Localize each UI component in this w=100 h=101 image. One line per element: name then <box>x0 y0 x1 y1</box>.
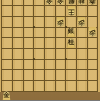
square-5-5[interactable] <box>44 38 55 49</box>
grid-line-horizontal <box>1 69 98 70</box>
square-1-7[interactable] <box>87 59 98 70</box>
star-point <box>65 58 67 60</box>
grid-line-vertical <box>1 0 2 91</box>
square-7-3[interactable] <box>23 16 34 27</box>
piece-glyph: 桂 <box>67 38 76 48</box>
square-8-8[interactable] <box>12 70 23 81</box>
square-4-9[interactable] <box>55 80 66 91</box>
square-6-4[interactable] <box>34 27 45 38</box>
piece-glyph: 金 <box>2 91 11 100</box>
grid-line-horizontal <box>1 27 98 28</box>
square-6-6[interactable] <box>34 48 45 59</box>
grid-line-vertical <box>55 0 56 91</box>
shogi-piece-gote-2一[interactable]: 桂 <box>77 0 86 5</box>
square-6-2[interactable] <box>34 6 45 17</box>
grid-line-vertical <box>97 0 98 91</box>
piece-glyph: 金 <box>45 0 54 5</box>
square-1-9[interactable] <box>87 80 98 91</box>
square-9-6[interactable] <box>2 48 13 59</box>
square-4-6[interactable] <box>55 48 66 59</box>
square-4-4[interactable] <box>55 27 66 38</box>
square-9-8[interactable] <box>2 70 13 81</box>
shogi-app-screen: 金金銀桂香王歩歩銀歩桂 金 <box>0 0 100 100</box>
grid-line-vertical <box>12 0 13 91</box>
square-2-2[interactable] <box>76 6 87 17</box>
square-9-4[interactable] <box>2 27 13 38</box>
square-3-6[interactable] <box>66 48 77 59</box>
square-9-3[interactable] <box>2 16 13 27</box>
piece-glyph: 王 <box>67 6 76 16</box>
square-8-7[interactable] <box>12 59 23 70</box>
square-2-5[interactable] <box>76 38 87 49</box>
square-7-2[interactable] <box>23 6 34 17</box>
square-8-6[interactable] <box>12 48 23 59</box>
shogi-piece-gote-1四[interactable]: 歩 <box>88 27 97 37</box>
square-7-9[interactable] <box>23 80 34 91</box>
square-8-2[interactable] <box>12 6 23 17</box>
piece-glyph: 歩 <box>88 27 97 37</box>
square-7-4[interactable] <box>23 27 34 38</box>
square-9-9[interactable] <box>2 80 13 91</box>
square-3-9[interactable] <box>66 80 77 91</box>
star-point <box>33 58 35 60</box>
square-5-9[interactable] <box>44 80 55 91</box>
piece-glyph: 銀 <box>67 0 76 5</box>
square-8-5[interactable] <box>12 38 23 49</box>
square-7-8[interactable] <box>23 70 34 81</box>
square-7-5[interactable] <box>23 38 34 49</box>
square-9-2[interactable] <box>2 6 13 17</box>
grid-line-horizontal <box>1 80 98 81</box>
square-2-4[interactable] <box>76 27 87 38</box>
star-point <box>33 26 35 28</box>
square-5-6[interactable] <box>44 48 55 59</box>
square-9-7[interactable] <box>2 59 13 70</box>
square-3-3[interactable] <box>66 16 77 27</box>
piece-glyph: 歩 <box>56 17 65 27</box>
grid-line-vertical <box>23 0 24 91</box>
square-8-4[interactable] <box>12 27 23 38</box>
square-9-5[interactable] <box>2 38 13 49</box>
square-3-7[interactable] <box>66 59 77 70</box>
grid-line-vertical <box>76 0 77 91</box>
square-8-9[interactable] <box>12 80 23 91</box>
shogi-piece-gote-4一[interactable]: 金 <box>56 0 65 5</box>
square-1-3[interactable] <box>87 16 98 27</box>
square-6-3[interactable] <box>34 16 45 27</box>
shogi-piece-gote-3二[interactable]: 王 <box>67 6 76 16</box>
grid-line-horizontal <box>1 37 98 38</box>
square-2-8[interactable] <box>76 70 87 81</box>
shogi-piece-gote-5一[interactable]: 金 <box>45 0 54 5</box>
grid-line-horizontal <box>1 48 98 49</box>
piece-glyph: 桂 <box>77 0 86 5</box>
shogi-piece-sente-in-hand[interactable]: 金 <box>2 91 11 100</box>
grid-line-horizontal <box>1 59 98 60</box>
square-5-2[interactable] <box>44 6 55 17</box>
square-6-5[interactable] <box>34 38 45 49</box>
square-4-7[interactable] <box>55 59 66 70</box>
square-7-6[interactable] <box>23 48 34 59</box>
square-4-2[interactable] <box>55 6 66 17</box>
square-1-6[interactable] <box>87 48 98 59</box>
grid-line-vertical <box>44 0 45 91</box>
square-5-4[interactable] <box>44 27 55 38</box>
square-5-8[interactable] <box>44 70 55 81</box>
square-7-7[interactable] <box>23 59 34 70</box>
grid-line-horizontal <box>1 5 98 6</box>
shogi-piece-gote-1一[interactable]: 香 <box>88 0 97 5</box>
square-3-8[interactable] <box>66 70 77 81</box>
shogi-piece-gote-3一[interactable]: 銀 <box>67 0 76 5</box>
square-4-5[interactable] <box>55 38 66 49</box>
grid-line-vertical <box>33 0 34 91</box>
square-1-8[interactable] <box>87 70 98 81</box>
shogi-piece-gote-2三[interactable]: 歩 <box>77 17 86 27</box>
square-4-8[interactable] <box>55 70 66 81</box>
piece-glyph: 香 <box>88 0 97 5</box>
piece-glyph: 金 <box>56 0 65 5</box>
square-1-2[interactable] <box>87 6 98 17</box>
square-1-5[interactable] <box>87 38 98 49</box>
grid-line-vertical <box>87 0 88 91</box>
square-5-7[interactable] <box>44 59 55 70</box>
shogi-board[interactable]: 金金銀桂香王歩歩銀歩桂 <box>0 0 100 100</box>
square-6-9[interactable] <box>34 80 45 91</box>
square-6-7[interactable] <box>34 59 45 70</box>
square-2-6[interactable] <box>76 48 87 59</box>
piece-glyph: 銀 <box>67 27 76 37</box>
shogi-piece-sente-3四[interactable]: 銀 <box>67 27 76 37</box>
square-2-7[interactable] <box>76 59 87 70</box>
sente-hand-tray <box>0 92 100 101</box>
shogi-piece-gote-4三[interactable]: 歩 <box>56 17 65 27</box>
square-5-3[interactable] <box>44 16 55 27</box>
shogi-piece-sente-3五[interactable]: 桂 <box>67 38 76 48</box>
square-2-9[interactable] <box>76 80 87 91</box>
piece-glyph: 歩 <box>77 17 86 27</box>
square-6-8[interactable] <box>34 70 45 81</box>
square-8-3[interactable] <box>12 16 23 27</box>
